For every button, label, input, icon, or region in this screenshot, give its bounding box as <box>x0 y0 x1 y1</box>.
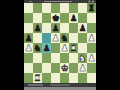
piece-white-pawn[interactable]: ♟ <box>78 63 86 73</box>
piece-white-king[interactable]: ♚ <box>60 63 68 73</box>
square-f5[interactable] <box>69 33 78 43</box>
square-b4[interactable]: ♞ <box>33 43 42 53</box>
square-h6[interactable] <box>87 23 96 33</box>
square-b2[interactable] <box>33 63 42 73</box>
square-e6[interactable] <box>60 23 69 33</box>
square-a2[interactable] <box>24 63 33 73</box>
piece-black-king[interactable]: ♚ <box>51 13 59 23</box>
square-e7[interactable] <box>60 13 69 23</box>
square-g3[interactable]: ♞ <box>78 53 87 63</box>
square-h4[interactable] <box>87 43 96 53</box>
square-g1[interactable] <box>78 73 87 83</box>
square-f2[interactable] <box>69 63 78 73</box>
square-d2[interactable] <box>51 63 60 73</box>
square-c8[interactable] <box>42 3 51 13</box>
window-bottom-strip <box>24 87 96 90</box>
piece-black-pawn[interactable]: ♟ <box>69 13 77 23</box>
square-h2[interactable] <box>87 63 96 73</box>
square-c1[interactable] <box>42 73 51 83</box>
square-a7[interactable] <box>24 13 33 23</box>
square-b6[interactable]: ♟ <box>33 23 42 33</box>
piece-white-pawn[interactable]: ♟ <box>24 43 32 53</box>
square-a1[interactable] <box>24 73 33 83</box>
square-g6[interactable]: ♟ <box>78 23 87 33</box>
square-a4[interactable]: ♟ <box>24 43 33 53</box>
square-d6[interactable]: ♟ <box>51 23 60 33</box>
piece-black-knight[interactable]: ♞ <box>60 33 68 43</box>
square-c5[interactable] <box>42 33 51 43</box>
square-d7[interactable]: ♚ <box>51 13 60 23</box>
screen: ♜♚♟♟♟♟♟♟♞♟♟♞♟♟♜♞♟♚♟♜ <box>0 0 120 90</box>
square-g5[interactable] <box>78 33 87 43</box>
piece-black-pawn[interactable]: ♟ <box>24 33 32 43</box>
titlebar-text-marks <box>44 1 72 2</box>
square-c6[interactable] <box>42 23 51 33</box>
square-e3[interactable] <box>60 53 69 63</box>
square-h1[interactable] <box>87 73 96 83</box>
window-statusbar <box>24 83 96 87</box>
square-e5[interactable]: ♞ <box>60 33 69 43</box>
piece-white-pawn[interactable]: ♟ <box>87 53 95 63</box>
square-d3[interactable] <box>51 53 60 63</box>
square-f8[interactable] <box>69 3 78 13</box>
piece-white-rook[interactable]: ♜ <box>69 43 77 53</box>
chess-board[interactable]: ♜♚♟♟♟♟♟♟♞♟♟♞♟♟♜♞♟♚♟♜ <box>24 3 96 83</box>
square-h8[interactable]: ♜ <box>87 3 96 13</box>
square-g7[interactable] <box>78 13 87 23</box>
square-f6[interactable] <box>69 23 78 33</box>
square-a8[interactable] <box>24 3 33 13</box>
square-g4[interactable] <box>78 43 87 53</box>
square-d8[interactable] <box>51 3 60 13</box>
titlebar-icon <box>30 1 32 2</box>
square-e8[interactable] <box>60 3 69 13</box>
square-d1[interactable] <box>51 73 60 83</box>
statusbar-text-marks-left <box>28 85 43 86</box>
square-e2[interactable]: ♚ <box>60 63 69 73</box>
square-h7[interactable] <box>87 13 96 23</box>
square-a3[interactable] <box>24 53 33 63</box>
square-f7[interactable]: ♟ <box>69 13 78 23</box>
square-c7[interactable] <box>42 13 51 23</box>
piece-white-pawn[interactable]: ♟ <box>60 43 68 53</box>
piece-black-rook[interactable]: ♜ <box>87 3 95 13</box>
square-g8[interactable] <box>78 3 87 13</box>
square-a5[interactable]: ♟ <box>24 33 33 43</box>
piece-black-pawn[interactable]: ♟ <box>51 23 59 33</box>
square-f1[interactable] <box>69 73 78 83</box>
square-h5[interactable]: ♟ <box>87 33 96 43</box>
piece-black-pawn[interactable]: ♟ <box>78 23 86 33</box>
square-f4[interactable]: ♜ <box>69 43 78 53</box>
piece-white-rook[interactable]: ♜ <box>33 73 41 83</box>
square-h3[interactable]: ♟ <box>87 53 96 63</box>
square-f3[interactable] <box>69 53 78 63</box>
square-b7[interactable] <box>33 13 42 23</box>
piece-white-pawn[interactable]: ♟ <box>51 33 59 43</box>
square-g2[interactable]: ♟ <box>78 63 87 73</box>
square-b3[interactable] <box>33 53 42 63</box>
square-e4[interactable]: ♟ <box>60 43 69 53</box>
piece-white-knight[interactable]: ♞ <box>78 53 86 63</box>
piece-black-knight[interactable]: ♞ <box>33 43 41 53</box>
square-b5[interactable] <box>33 33 42 43</box>
square-a6[interactable] <box>24 23 33 33</box>
square-b8[interactable] <box>33 3 42 13</box>
square-d4[interactable] <box>51 43 60 53</box>
right-black-margin <box>96 0 120 90</box>
square-d5[interactable]: ♟ <box>51 33 60 43</box>
piece-black-pawn[interactable]: ♟ <box>42 43 50 53</box>
square-c3[interactable] <box>42 53 51 63</box>
left-black-margin <box>0 0 24 90</box>
square-c4[interactable]: ♟ <box>42 43 51 53</box>
piece-white-pawn[interactable]: ♟ <box>87 33 95 43</box>
square-e1[interactable] <box>60 73 69 83</box>
statusbar-text-marks-center <box>50 85 70 86</box>
square-c2[interactable] <box>42 63 51 73</box>
piece-black-pawn[interactable]: ♟ <box>33 23 41 33</box>
square-b1[interactable]: ♜ <box>33 73 42 83</box>
chess-app-window: ♜♚♟♟♟♟♟♟♞♟♟♞♟♟♜♞♟♚♟♜ <box>24 0 96 90</box>
